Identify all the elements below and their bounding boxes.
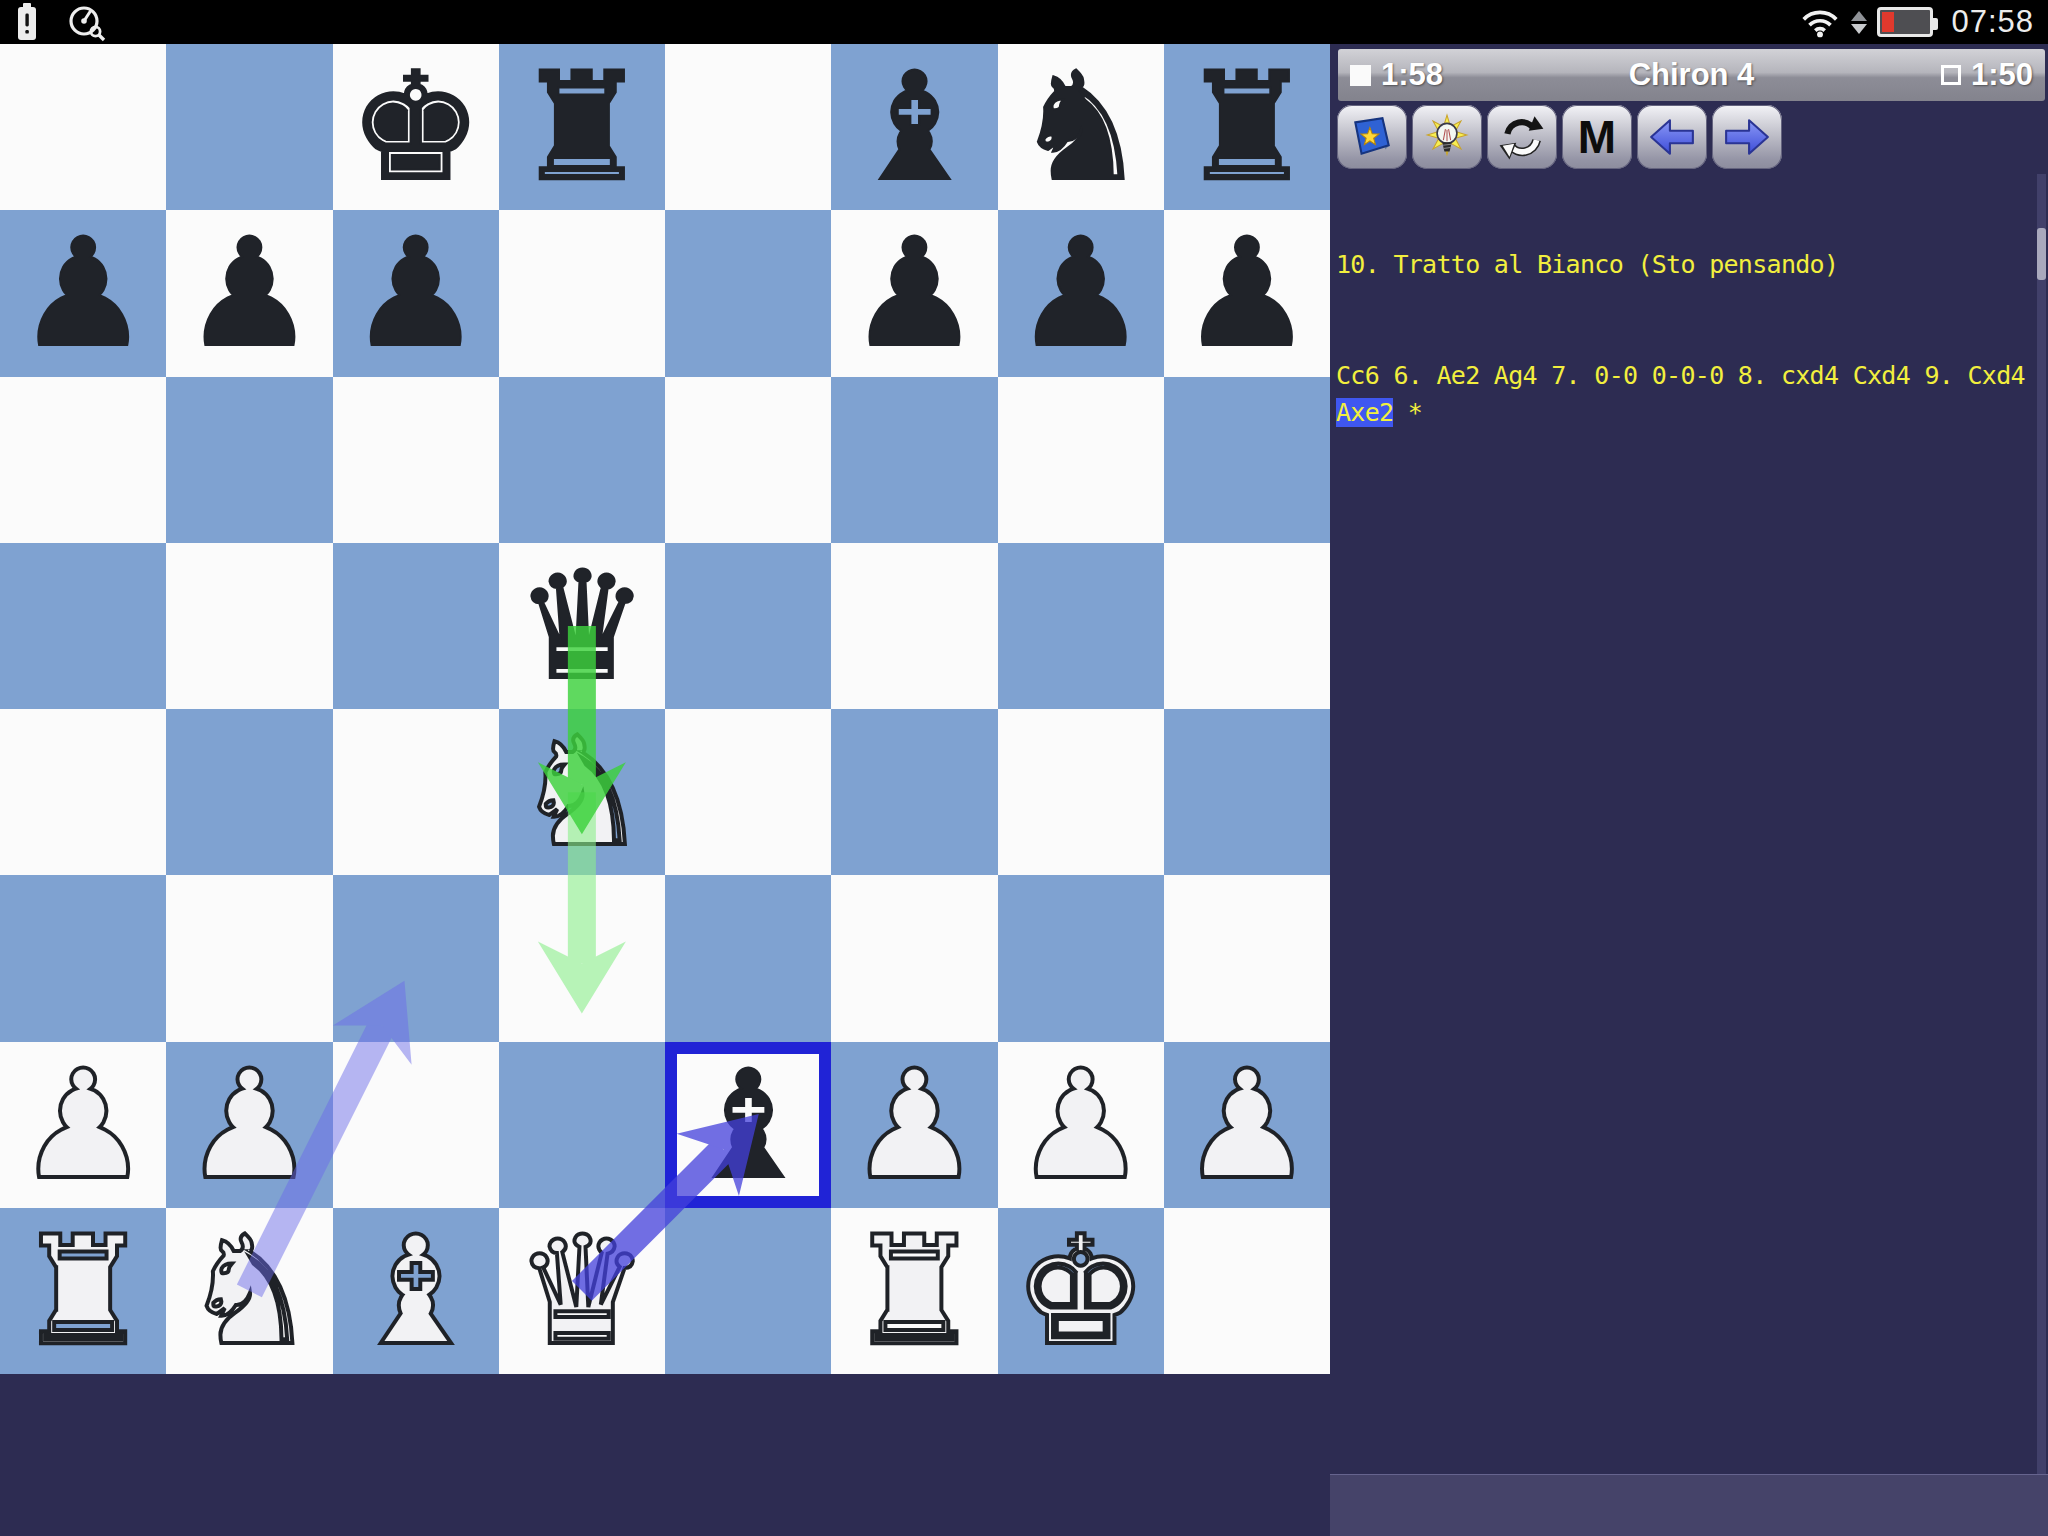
square-h1[interactable]: [1164, 1208, 1330, 1374]
piece-black-king-c8[interactable]: ♚: [348, 52, 482, 202]
square-h5[interactable]: [1164, 543, 1330, 709]
square-g2[interactable]: ♟: [998, 1042, 1164, 1208]
black-clock-area: 1:50: [1883, 57, 2033, 93]
square-g1[interactable]: ♚: [998, 1208, 1164, 1374]
square-h4[interactable]: [1164, 709, 1330, 875]
piece-white-pawn-h2[interactable]: ♟: [1180, 1050, 1314, 1200]
square-b8[interactable]: [166, 44, 332, 210]
square-b6[interactable]: [166, 377, 332, 543]
white-clock-area: 1:58: [1350, 57, 1500, 93]
chess-board: ♚♜♝♞♜♟♟♟♟♟♟♛♞♟♟♝♟♟♟♜♞♝♛♜♚: [0, 44, 1330, 1374]
square-c4[interactable]: [333, 709, 499, 875]
square-g6[interactable]: [998, 377, 1164, 543]
square-f3[interactable]: [831, 875, 997, 1041]
arrow-left-icon: [1646, 113, 1698, 161]
square-f2[interactable]: ♟: [831, 1042, 997, 1208]
window-title-bar: 1:58 Chiron 4 1:50: [1338, 49, 2045, 101]
square-c3[interactable]: [333, 875, 499, 1041]
square-h2[interactable]: ♟: [1164, 1042, 1330, 1208]
app-screen: 07:58 ♚♜♝♞♜♟♟♟♟♟♟♛♞♟♟♝♟♟♟♜♞♝♛♜♚ 1:58 Chi…: [0, 0, 2048, 1536]
moves-button-label: M: [1578, 110, 1616, 164]
piece-black-rook-d8[interactable]: ♜: [515, 52, 649, 202]
piece-white-pawn-g2[interactable]: ♟: [1013, 1050, 1147, 1200]
piece-black-pawn-g7[interactable]: ♟: [1013, 218, 1147, 368]
square-b2[interactable]: ♟: [166, 1042, 332, 1208]
square-a3[interactable]: [0, 875, 166, 1041]
square-f5[interactable]: [831, 543, 997, 709]
battery-low-icon: [1877, 7, 1933, 37]
clock-time: 07:58: [1951, 4, 2034, 40]
data-activity-icon: [1851, 11, 1867, 34]
moves-button[interactable]: M: [1562, 105, 1632, 169]
square-e7[interactable]: [665, 210, 831, 376]
piece-black-pawn-h7[interactable]: ♟: [1180, 218, 1314, 368]
piece-white-knight-b1[interactable]: ♞: [182, 1216, 316, 1366]
piece-white-pawn-a2[interactable]: ♟: [16, 1050, 150, 1200]
piece-black-rook-h8[interactable]: ♜: [1180, 52, 1314, 202]
square-f7[interactable]: ♟: [831, 210, 997, 376]
status-left: [14, 0, 106, 44]
square-b7[interactable]: ♟: [166, 210, 332, 376]
square-f4[interactable]: [831, 709, 997, 875]
square-a4[interactable]: [0, 709, 166, 875]
square-c7[interactable]: ♟: [333, 210, 499, 376]
piece-white-pawn-b2[interactable]: ♟: [182, 1050, 316, 1200]
piece-white-pawn-f2[interactable]: ♟: [847, 1050, 981, 1200]
square-e5[interactable]: [665, 543, 831, 709]
square-d1[interactable]: ♛: [499, 1208, 665, 1374]
engine-name: Chiron 4: [1500, 57, 1883, 93]
square-g7[interactable]: ♟: [998, 210, 1164, 376]
piece-black-pawn-a7[interactable]: ♟: [16, 218, 150, 368]
status-line: 10. Tratto al Bianco (Sto pensando): [1336, 246, 2030, 283]
arrow-right-icon: [1721, 113, 1773, 161]
piece-white-rook-f1[interactable]: ♜: [847, 1216, 981, 1366]
square-b1[interactable]: ♞: [166, 1208, 332, 1374]
square-a6[interactable]: [0, 377, 166, 543]
square-e8[interactable]: [665, 44, 831, 210]
square-e4[interactable]: [665, 709, 831, 875]
piece-white-knight-d4[interactable]: ♞: [515, 717, 649, 867]
moves-suffix: *: [1393, 398, 1422, 427]
piece-black-knight-g8[interactable]: ♞: [1013, 52, 1147, 202]
square-c5[interactable]: [333, 543, 499, 709]
square-b5[interactable]: [166, 543, 332, 709]
square-a8[interactable]: [0, 44, 166, 210]
status-right: 07:58: [1799, 0, 2034, 44]
square-e2[interactable]: ♝: [665, 1042, 831, 1208]
square-e6[interactable]: [665, 377, 831, 543]
white-clock-icon: [1350, 65, 1371, 86]
square-d5[interactable]: ♛: [499, 543, 665, 709]
system-monitor-icon: [66, 2, 106, 42]
forward-button[interactable]: [1712, 105, 1782, 169]
square-a1[interactable]: ♜: [0, 1208, 166, 1374]
moves-text: Cc6 6. Ae2 Ag4 7. 0-0 0-0-0 8. cxd4 Cxd4…: [1336, 357, 2030, 431]
piece-white-bishop-c1[interactable]: ♝: [348, 1216, 482, 1366]
square-g8[interactable]: ♞: [998, 44, 1164, 210]
square-f8[interactable]: ♝: [831, 44, 997, 210]
lightbulb-icon: [1423, 113, 1471, 161]
square-h8[interactable]: ♜: [1164, 44, 1330, 210]
square-b4[interactable]: [166, 709, 332, 875]
back-button[interactable]: [1637, 105, 1707, 169]
square-h7[interactable]: ♟: [1164, 210, 1330, 376]
square-e3[interactable]: [665, 875, 831, 1041]
battery-alert-icon: [14, 2, 40, 42]
square-d2[interactable]: [499, 1042, 665, 1208]
piece-black-pawn-c7[interactable]: ♟: [348, 218, 482, 368]
board-book-icon: [1348, 113, 1396, 161]
last-move-highlight: Axe2: [1336, 398, 1393, 427]
wifi-icon: [1799, 6, 1841, 38]
square-c8[interactable]: ♚: [333, 44, 499, 210]
square-f1[interactable]: ♜: [831, 1208, 997, 1374]
square-f6[interactable]: [831, 377, 997, 543]
scrollbar-track[interactable]: [2037, 174, 2046, 1474]
square-c6[interactable]: [333, 377, 499, 543]
square-d7[interactable]: [499, 210, 665, 376]
position-setup-button[interactable]: [1337, 105, 1407, 169]
piece-white-rook-a1[interactable]: ♜: [16, 1216, 150, 1366]
square-g5[interactable]: [998, 543, 1164, 709]
hint-button[interactable]: [1412, 105, 1482, 169]
scrollbar-handle[interactable]: [2037, 228, 2046, 280]
move-list[interactable]: 10. Tratto al Bianco (Sto pensando) Cc6 …: [1336, 172, 2030, 505]
square-h6[interactable]: [1164, 377, 1330, 543]
square-h3[interactable]: [1164, 875, 1330, 1041]
piece-black-pawn-f7[interactable]: ♟: [847, 218, 981, 368]
square-g4[interactable]: [998, 709, 1164, 875]
square-c2[interactable]: [333, 1042, 499, 1208]
piece-black-bishop-f8[interactable]: ♝: [847, 52, 981, 202]
square-d6[interactable]: [499, 377, 665, 543]
status-bar: 07:58: [0, 0, 2048, 44]
square-a5[interactable]: [0, 543, 166, 709]
square-d8[interactable]: ♜: [499, 44, 665, 210]
piece-black-pawn-b7[interactable]: ♟: [182, 218, 316, 368]
square-g3[interactable]: [998, 875, 1164, 1041]
engine-panel: 1:58 Chiron 4 1:50: [1330, 44, 2048, 1536]
white-clock: 1:58: [1381, 57, 1443, 93]
piece-black-queen-d5[interactable]: ♛: [515, 551, 649, 701]
square-d3[interactable]: [499, 875, 665, 1041]
square-a7[interactable]: ♟: [0, 210, 166, 376]
toolbar: M: [1337, 105, 1782, 169]
square-e1[interactable]: [665, 1208, 831, 1374]
rotate-board-button[interactable]: [1487, 105, 1557, 169]
piece-black-bishop-e2[interactable]: ♝: [681, 1050, 815, 1200]
square-a2[interactable]: ♟: [0, 1042, 166, 1208]
moves-prefix: Cc6 6. Ae2 Ag4 7. 0-0 0-0-0 8. cxd4 Cxd4…: [1336, 361, 2039, 390]
black-clock-icon: [1941, 65, 1961, 85]
square-b3[interactable]: [166, 875, 332, 1041]
black-clock: 1:50: [1971, 57, 2033, 93]
rotate-icon: [1498, 113, 1546, 161]
engine-output: [16] -0.11 Dxe2 Dxd4 Cc3 Dd3 Dg4+ Dd7 Df…: [1330, 1474, 2048, 1536]
square-c1[interactable]: ♝: [333, 1208, 499, 1374]
square-d4[interactable]: ♞: [499, 709, 665, 875]
piece-white-queen-d1[interactable]: ♛: [515, 1216, 649, 1366]
piece-white-king-g1[interactable]: ♚: [1013, 1216, 1147, 1366]
